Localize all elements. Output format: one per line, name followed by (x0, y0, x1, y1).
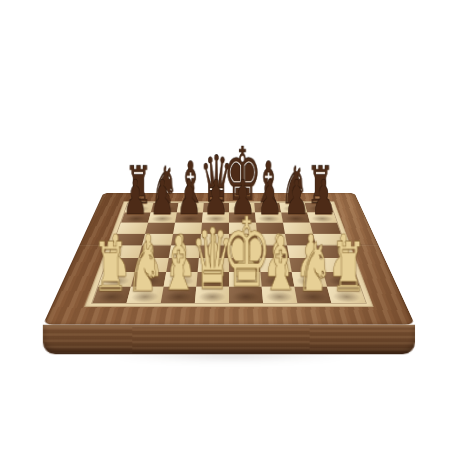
chess-scene: ♜♞♝♛♚♝♞♜♟♟♟♟♟♟♟♟♟♟♟♟♟♟♟♟♜♞♝♛♚♝♞♜ (0, 0, 458, 458)
piece-white-rook-h1[interactable]: ♜ (318, 233, 379, 301)
square-h1[interactable]: ♜ (327, 287, 365, 303)
chess-board: ♜♞♝♛♚♝♞♜♟♟♟♟♟♟♟♟♟♟♟♟♟♟♟♟♜♞♝♛♚♝♞♜ (43, 193, 415, 325)
white-rook-icon: ♜ (330, 233, 365, 301)
black-pawn-icon: ♟ (311, 173, 336, 221)
piece-black-pawn-h7[interactable]: ♟ (302, 173, 345, 221)
product-photo: ♜♞♝♛♚♝♞♜♟♟♟♟♟♟♟♟♟♟♟♟♟♟♟♟♜♞♝♛♚♝♞♜ (0, 0, 458, 458)
board-front-edge (43, 325, 415, 355)
square-h7[interactable]: ♟ (307, 212, 337, 222)
board-grid: ♜♞♝♛♚♝♞♜♟♟♟♟♟♟♟♟♟♟♟♟♟♟♟♟♜♞♝♛♚♝♞♜ (92, 203, 365, 303)
